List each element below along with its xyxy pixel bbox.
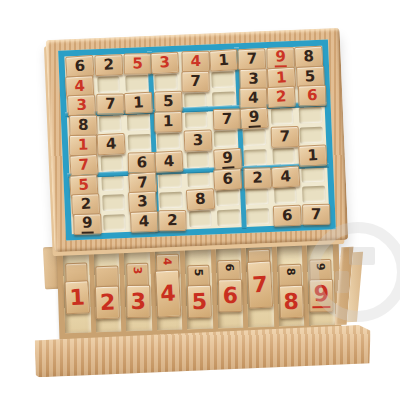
- cell-r8c9[interactable]: [299, 184, 328, 205]
- cell-recess: [299, 107, 322, 124]
- tile-6-r7c6[interactable]: 6: [213, 168, 242, 190]
- cell-recess: [157, 133, 180, 150]
- tile-7-r4c6[interactable]: 7: [213, 109, 242, 131]
- tile-4-r6c4[interactable]: 4: [155, 150, 184, 172]
- drawer-tile-1[interactable]: 1: [64, 280, 90, 314]
- tile-digit: 5: [163, 94, 174, 109]
- tile-digit: 6: [74, 58, 85, 74]
- cell-r3c9[interactable]: 6: [295, 85, 324, 106]
- drawer-tile-5[interactable]: 5: [187, 285, 212, 319]
- tile-digit: 2: [167, 213, 178, 228]
- tile-digit: 9: [274, 49, 287, 67]
- cell-r8c6[interactable]: [213, 188, 242, 209]
- drawer-tile-8[interactable]: 8: [279, 285, 304, 319]
- cell-r2c8[interactable]: 1: [266, 67, 295, 88]
- tile-1-r6c9[interactable]: 1: [298, 144, 327, 166]
- cell-r1c6[interactable]: 1: [208, 49, 237, 70]
- cell-r9c6[interactable]: [214, 207, 243, 228]
- tile-8-r4c1[interactable]: 8: [69, 115, 98, 137]
- cell-recess: [274, 187, 297, 204]
- tile-digit: 8: [283, 290, 299, 312]
- sudoku-board: 6253417984731537154268179143776491576242…: [46, 28, 349, 252]
- tile-digit: 4: [164, 154, 175, 170]
- cell-r1c8[interactable]: 9: [265, 47, 294, 68]
- cell-r1c2[interactable]: 2: [93, 54, 122, 75]
- cell-recess: [154, 74, 177, 91]
- cell-recess: [302, 186, 325, 203]
- cell-r2c9[interactable]: 5: [294, 65, 323, 86]
- cell-r3c8[interactable]: 2: [267, 86, 296, 107]
- cell-recess: [300, 127, 323, 144]
- cell-r8c2[interactable]: [99, 192, 128, 213]
- cell-recess: [272, 148, 295, 165]
- cell-r3c1[interactable]: 3: [66, 95, 95, 116]
- tile-7-r2c5[interactable]: 7: [181, 70, 209, 91]
- product-photo-scene: 6253417984731537154268179143776491576242…: [0, 0, 400, 400]
- cell-recess: [216, 190, 239, 207]
- cell-r7c7[interactable]: 2: [241, 167, 270, 188]
- tile-digit: 7: [221, 112, 232, 127]
- cell-r2c7[interactable]: 3: [237, 68, 266, 89]
- cell-r4c8[interactable]: [267, 106, 296, 127]
- spare-tile-edge-digit: 6: [223, 264, 234, 272]
- cell-r4c7[interactable]: 9: [239, 107, 268, 128]
- cell-r1c9[interactable]: 8: [294, 46, 323, 67]
- tile-digit: 8: [303, 49, 314, 65]
- cell-r9c4[interactable]: 2: [157, 210, 186, 231]
- tile-digit: 4: [105, 136, 116, 152]
- tile-digit: 6: [222, 284, 238, 306]
- tile-digit: 8: [78, 118, 89, 133]
- cell-r4c6[interactable]: 7: [210, 109, 239, 130]
- cell-r4c9[interactable]: [296, 105, 325, 126]
- tile-digit: 5: [305, 69, 316, 84]
- tile-digit: 2: [252, 170, 263, 185]
- cell-recess: [128, 134, 151, 151]
- cell-r1c3[interactable]: 5: [122, 53, 151, 74]
- cell-r2c2[interactable]: [94, 74, 123, 95]
- cell-r3c7[interactable]: 4: [238, 88, 267, 109]
- cell-r1c5[interactable]: 4: [179, 50, 208, 71]
- tile-3-r1c4[interactable]: 3: [150, 51, 179, 73]
- drawer-tile-7[interactable]: 7: [247, 260, 273, 308]
- cell-recess: [214, 130, 237, 147]
- cell-r8c7[interactable]: [242, 186, 271, 207]
- tile-1-r3c3[interactable]: 1: [124, 92, 153, 114]
- tile-digit: 3: [248, 71, 259, 86]
- tile-digit: 9: [221, 150, 235, 169]
- cell-r9c9[interactable]: 7: [300, 204, 329, 225]
- cell-r8c5[interactable]: 8: [185, 189, 214, 210]
- cell-r5c2[interactable]: 4: [96, 133, 125, 154]
- cell-r1c1[interactable]: 6: [64, 55, 93, 76]
- cell-recess: [246, 208, 269, 225]
- tile-drawer[interactable]: 123344556678899: [57, 239, 342, 340]
- tile-digit: 7: [311, 207, 322, 222]
- cell-recess: [302, 166, 325, 183]
- tile-digit: 1: [218, 52, 229, 68]
- cell-recess: [126, 75, 149, 92]
- cell-r7c6[interactable]: 6: [213, 168, 242, 189]
- cell-r8c1[interactable]: 2: [70, 194, 99, 215]
- tile-digit: 1: [163, 114, 174, 129]
- tile-2-r3c8[interactable]: 2: [267, 86, 296, 108]
- cell-r2c4[interactable]: [151, 71, 180, 92]
- tile-9-r1c8[interactable]: 9: [266, 47, 294, 68]
- board-frame: 6253417984731537154268179143776491576242…: [46, 28, 349, 252]
- tile-digit: 7: [252, 273, 268, 296]
- tile-9-r6c6[interactable]: 9: [213, 148, 242, 171]
- tile-digit: 4: [160, 282, 176, 305]
- cell-recess: [158, 172, 181, 189]
- drawer-slot-4: 44: [154, 248, 182, 331]
- tile-1-r1c6[interactable]: 1: [209, 49, 238, 72]
- tile-digit: 9: [313, 283, 331, 308]
- drawer-tile-3[interactable]: 3: [126, 285, 150, 318]
- cell-r5c1[interactable]: 1: [68, 134, 97, 155]
- cell-recess: [189, 211, 212, 228]
- tile-digit: 2: [100, 291, 116, 313]
- cell-recess: [97, 76, 120, 93]
- cell-recess: [100, 155, 123, 172]
- drawer-tile-6[interactable]: 6: [218, 279, 242, 312]
- spare-tile-edge-digit: 9: [315, 263, 326, 271]
- cell-recess: [185, 112, 208, 129]
- drawer-slot-1: 1: [63, 250, 91, 333]
- cell-r7c3[interactable]: 7: [127, 171, 156, 192]
- cell-r6c9[interactable]: 1: [298, 144, 327, 165]
- tile-digit: 4: [280, 169, 291, 185]
- drawer-tile-2[interactable]: 2: [95, 286, 120, 320]
- cell-r9c2[interactable]: [100, 212, 129, 233]
- tile-5-r1c3[interactable]: 5: [123, 53, 151, 74]
- tile-2-r8c1[interactable]: 2: [72, 193, 101, 215]
- sudoku-grid: 6253417984731537154268179143776491576242…: [58, 39, 336, 240]
- cell-r5c5[interactable]: 3: [182, 130, 211, 151]
- tile-6-r3c9[interactable]: 6: [298, 85, 327, 107]
- tile-2-r9c4[interactable]: 2: [158, 210, 186, 231]
- cell-recess: [102, 195, 125, 212]
- cell-r5c4[interactable]: [154, 131, 183, 152]
- tile-digit: 1: [69, 286, 85, 309]
- tile-digit: 2: [276, 90, 287, 106]
- tile-7-r9c9[interactable]: 7: [302, 204, 330, 225]
- cell-r8c3[interactable]: 3: [127, 191, 156, 212]
- cell-r2c1[interactable]: 4: [65, 75, 94, 96]
- cell-r9c1[interactable]: 9: [71, 213, 100, 234]
- cell-recess: [270, 108, 293, 125]
- tile-2-r1c2[interactable]: 2: [94, 54, 123, 76]
- tile-digit: 4: [74, 78, 85, 94]
- cell-r9c5[interactable]: [186, 209, 215, 230]
- cell-recess: [245, 189, 268, 206]
- tile-digit: 1: [307, 148, 318, 164]
- tile-digit: 8: [195, 192, 206, 208]
- tile-4-r1c5[interactable]: 4: [181, 50, 210, 72]
- tile-digit: 1: [78, 138, 89, 153]
- spare-tile-edge-digit: 8: [285, 268, 296, 276]
- tile-digit: 1: [276, 70, 287, 86]
- tile-digit: 3: [130, 290, 146, 312]
- drawer-slot-7: 7: [246, 245, 274, 328]
- drawer-slot-8: 88: [277, 244, 305, 327]
- tile-digit: 5: [78, 177, 89, 193]
- tile-3-r2c7[interactable]: 3: [239, 68, 268, 90]
- tile-digit: 3: [192, 133, 203, 148]
- cell-r9c3[interactable]: 4: [128, 211, 157, 232]
- tile-7-r3c2[interactable]: 7: [96, 94, 124, 115]
- cell-r3c4[interactable]: 5: [152, 91, 181, 112]
- drawer-slot-9: 99: [307, 243, 335, 326]
- tile-digit: 3: [76, 98, 87, 113]
- tile-6-r9c8[interactable]: 6: [273, 205, 302, 227]
- cell-recess: [103, 214, 126, 231]
- cell-r9c8[interactable]: 6: [271, 205, 300, 226]
- tile-digit: 7: [246, 51, 257, 66]
- tile-9-r9c1[interactable]: 9: [73, 213, 102, 235]
- tile-digit: 3: [137, 194, 148, 210]
- tile-4-r7c8[interactable]: 4: [271, 165, 300, 188]
- drawer-slots: 123344556678899: [63, 243, 335, 333]
- cell-r1c7[interactable]: 7: [236, 48, 265, 69]
- tile-7-r6c1[interactable]: 7: [70, 154, 99, 177]
- tile-digit: 7: [79, 157, 90, 173]
- cell-r5c6[interactable]: [211, 128, 240, 149]
- cell-recess: [159, 192, 182, 209]
- cell-r6c3[interactable]: 6: [126, 152, 155, 173]
- drawer-tile-4[interactable]: 4: [155, 269, 181, 317]
- cell-r2c5[interactable]: 7: [180, 70, 209, 91]
- cell-recess: [127, 114, 150, 131]
- cell-r4c4[interactable]: 1: [153, 111, 182, 132]
- tile-1-r4c4[interactable]: 1: [154, 111, 182, 132]
- tile-digit: 7: [279, 129, 290, 144]
- tile-7-r5c8[interactable]: 7: [271, 126, 300, 148]
- tile-digit: 7: [190, 74, 201, 89]
- cell-r6c1[interactable]: 7: [69, 154, 98, 175]
- drawer-slot-3: 33: [124, 249, 152, 332]
- cell-r5c7[interactable]: [240, 127, 269, 148]
- tile-digit: 7: [137, 175, 148, 191]
- cell-r3c3[interactable]: 1: [123, 92, 152, 113]
- tile-4-r5c2[interactable]: 4: [97, 133, 126, 155]
- cell-recess: [101, 175, 124, 192]
- drawer-tile-9[interactable]: 9: [309, 279, 333, 312]
- tile-digit: 6: [136, 155, 147, 170]
- cell-r2c6[interactable]: [208, 69, 237, 90]
- cell-r4c5[interactable]: [181, 110, 210, 131]
- tile-3-r5c5[interactable]: 3: [184, 129, 213, 151]
- tile-digit: 9: [81, 215, 94, 233]
- cell-r6c4[interactable]: 4: [154, 150, 183, 171]
- cell-recess: [99, 115, 122, 132]
- cell-recess: [211, 71, 234, 88]
- tile-2-r7c7[interactable]: 2: [244, 167, 273, 189]
- cell-r4c1[interactable]: 8: [67, 115, 96, 136]
- tile-4-r9c3[interactable]: 4: [130, 211, 159, 233]
- tile-digit: 1: [132, 96, 143, 112]
- tile-digit: 5: [132, 56, 143, 71]
- tile-6-r6c3[interactable]: 6: [127, 152, 155, 173]
- tile-7-r1c7[interactable]: 7: [238, 48, 267, 70]
- cell-r1c4[interactable]: 3: [150, 52, 179, 73]
- tile-digit: 9: [248, 109, 262, 128]
- tile-digit: 4: [139, 214, 150, 229]
- cell-r6c6[interactable]: 9: [212, 148, 241, 169]
- tile-1-r5c1[interactable]: 1: [69, 135, 97, 156]
- cell-r7c1[interactable]: 5: [69, 174, 98, 195]
- cell-r8c8[interactable]: [271, 185, 300, 206]
- cell-r8c4[interactable]: [156, 190, 185, 211]
- cell-r5c8[interactable]: 7: [268, 126, 297, 147]
- tile-8-r8c5[interactable]: 8: [186, 188, 215, 211]
- tile-9-r4c7[interactable]: 9: [240, 107, 269, 130]
- tile-digit: 2: [103, 57, 114, 72]
- cell-recess: [187, 171, 210, 188]
- tile-6-r1c1[interactable]: 6: [65, 55, 94, 78]
- tile-digit: 6: [306, 88, 317, 103]
- cell-recess: [217, 209, 240, 226]
- drawer-slot-5: 55: [185, 247, 213, 330]
- tile-digit: 5: [191, 290, 207, 312]
- cell-recess: [186, 151, 209, 168]
- tile-digit: 6: [222, 171, 233, 187]
- tile-digit: 3: [159, 55, 170, 71]
- drawer-slot-6: 66: [215, 246, 243, 329]
- tile-digit: 4: [248, 91, 259, 106]
- cell-r9c7[interactable]: [243, 206, 272, 227]
- spare-tile-edge-digit: 5: [193, 269, 204, 277]
- cell-r3c2[interactable]: 7: [95, 94, 124, 115]
- cell-recess: [243, 129, 266, 146]
- tile-digit: 2: [80, 197, 91, 212]
- tile-digit: 7: [105, 97, 116, 112]
- spare-tile-edge-digit: 3: [132, 266, 143, 274]
- drawer-slot-2: 2: [93, 249, 121, 332]
- spare-tile-edge-digit: 4: [162, 257, 173, 265]
- cell-r4c2[interactable]: [96, 113, 125, 134]
- cell-recess: [243, 149, 266, 166]
- cell-r7c8[interactable]: 4: [270, 165, 299, 186]
- spare-tile-back[interactable]: 3: [126, 263, 149, 288]
- tile-digit: 4: [190, 54, 201, 69]
- cell-r5c9[interactable]: [297, 125, 326, 146]
- tile-digit: 6: [282, 208, 293, 223]
- tile-5-r3c4[interactable]: 5: [154, 91, 183, 113]
